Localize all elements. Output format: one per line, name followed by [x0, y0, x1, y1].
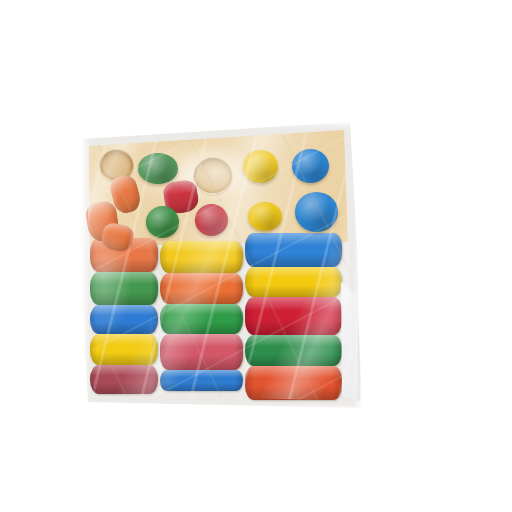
- blue-disc-top: [292, 149, 329, 183]
- red-disc-lower: [195, 204, 228, 236]
- cylinder-middle-2-orange: [160, 273, 243, 304]
- product-photo: [0, 0, 512, 512]
- cylinder-left-4-yellow: [90, 334, 158, 365]
- cylinder-middle-1-yellow: [160, 241, 243, 273]
- tray-recess-2: [194, 158, 232, 195]
- blue-disc-lower: [295, 192, 338, 232]
- cylinder-right-3-crimson-red: [245, 297, 342, 335]
- cylinder-right-1-blue: [245, 233, 342, 267]
- yellow-disc-top: [243, 150, 278, 183]
- yellow-disc-lower: [248, 202, 282, 231]
- cylinder-middle-4-rose-red: [160, 334, 243, 370]
- green-disc-top: [138, 153, 178, 184]
- cylinder-left-3-blue: [90, 305, 158, 334]
- toy-blocks-package: [86, 124, 358, 408]
- cylinder-middle-3-green: [160, 304, 243, 334]
- cylinder-right-4-green: [245, 335, 342, 366]
- cylinder-middle-5-blue: [160, 370, 243, 391]
- green-disc-lower: [146, 206, 179, 238]
- cylinder-left-2-green: [90, 272, 158, 305]
- cylinder-right-5-orange-red: [245, 366, 342, 400]
- cylinder-left-5-maroon: [90, 365, 158, 394]
- cylinder-right-2-yellow: [245, 267, 342, 297]
